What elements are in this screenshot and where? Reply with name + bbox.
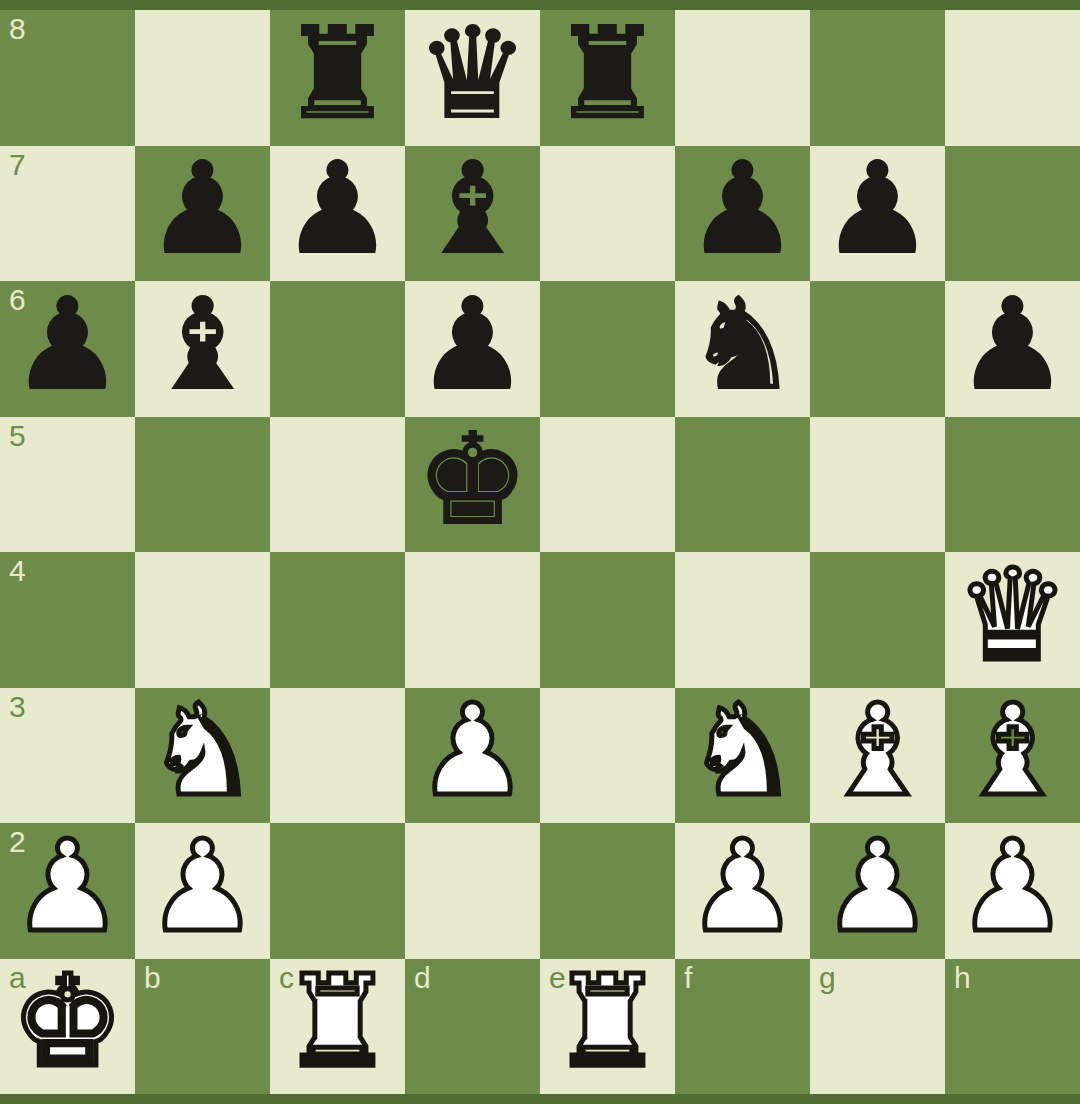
square-c8[interactable]: ♜	[270, 10, 405, 146]
square-h6[interactable]: ♟	[945, 281, 1080, 417]
chess-board: 8♜♛♜7♟♟♝♟♟6♟♝♟♞♟5♚4♛3♞♟♞♝♝2♟♟♟♟♟a♚bc♜de♜…	[0, 10, 1080, 1094]
square-f5[interactable]	[675, 417, 810, 553]
square-f1[interactable]: f	[675, 959, 810, 1095]
square-a6[interactable]: 6♟	[0, 281, 135, 417]
square-a8[interactable]: 8	[0, 10, 135, 146]
white-bishop[interactable]: ♝	[821, 688, 934, 814]
rank-label-5: 5	[9, 421, 26, 451]
square-b4[interactable]	[135, 552, 270, 688]
file-label-f: f	[684, 963, 692, 993]
white-rook[interactable]: ♜	[551, 959, 664, 1085]
white-pawn[interactable]: ♟	[956, 824, 1069, 950]
rank-label-7: 7	[9, 150, 26, 180]
square-a2[interactable]: 2♟	[0, 823, 135, 959]
square-c1[interactable]: c♜	[270, 959, 405, 1095]
square-b1[interactable]: b	[135, 959, 270, 1095]
square-b3[interactable]: ♞	[135, 688, 270, 824]
white-pawn[interactable]: ♟	[416, 688, 529, 814]
square-a7[interactable]: 7	[0, 146, 135, 282]
square-d4[interactable]	[405, 552, 540, 688]
square-d2[interactable]	[405, 823, 540, 959]
square-e3[interactable]	[540, 688, 675, 824]
square-f7[interactable]: ♟	[675, 146, 810, 282]
square-h7[interactable]	[945, 146, 1080, 282]
black-rook[interactable]: ♜	[551, 11, 664, 137]
white-king[interactable]: ♚	[11, 959, 124, 1085]
square-e1[interactable]: e♜	[540, 959, 675, 1095]
white-pawn[interactable]: ♟	[146, 824, 259, 950]
square-f4[interactable]	[675, 552, 810, 688]
square-g2[interactable]: ♟	[810, 823, 945, 959]
square-f8[interactable]	[675, 10, 810, 146]
square-g6[interactable]	[810, 281, 945, 417]
square-f2[interactable]: ♟	[675, 823, 810, 959]
square-g1[interactable]: g	[810, 959, 945, 1095]
square-h3[interactable]: ♝	[945, 688, 1080, 824]
square-e5[interactable]	[540, 417, 675, 553]
square-e6[interactable]	[540, 281, 675, 417]
rank-label-8: 8	[9, 14, 26, 44]
white-bishop[interactable]: ♝	[956, 688, 1069, 814]
square-d1[interactable]: d	[405, 959, 540, 1095]
square-e2[interactable]	[540, 823, 675, 959]
square-h5[interactable]	[945, 417, 1080, 553]
square-g5[interactable]	[810, 417, 945, 553]
black-pawn[interactable]: ♟	[821, 146, 934, 272]
white-knight[interactable]: ♞	[146, 688, 259, 814]
square-a5[interactable]: 5	[0, 417, 135, 553]
square-d6[interactable]: ♟	[405, 281, 540, 417]
square-c7[interactable]: ♟	[270, 146, 405, 282]
white-pawn[interactable]: ♟	[821, 824, 934, 950]
rank-label-3: 3	[9, 692, 26, 722]
square-c6[interactable]	[270, 281, 405, 417]
black-pawn[interactable]: ♟	[686, 146, 799, 272]
square-h1[interactable]: h	[945, 959, 1080, 1095]
square-c4[interactable]	[270, 552, 405, 688]
black-bishop[interactable]: ♝	[416, 146, 529, 272]
white-knight[interactable]: ♞	[686, 688, 799, 814]
black-queen[interactable]: ♛	[416, 11, 529, 137]
file-label-d: d	[414, 963, 431, 993]
white-pawn[interactable]: ♟	[11, 824, 124, 950]
square-b8[interactable]	[135, 10, 270, 146]
square-c2[interactable]	[270, 823, 405, 959]
square-g8[interactable]	[810, 10, 945, 146]
square-b7[interactable]: ♟	[135, 146, 270, 282]
black-knight[interactable]: ♞	[686, 282, 799, 408]
black-rook[interactable]: ♜	[281, 11, 394, 137]
square-h2[interactable]: ♟	[945, 823, 1080, 959]
square-b6[interactable]: ♝	[135, 281, 270, 417]
white-queen[interactable]: ♛	[956, 553, 1069, 679]
square-d3[interactable]: ♟	[405, 688, 540, 824]
white-rook[interactable]: ♜	[281, 959, 394, 1085]
file-label-g: g	[819, 963, 836, 993]
square-g3[interactable]: ♝	[810, 688, 945, 824]
square-a4[interactable]: 4	[0, 552, 135, 688]
square-a1[interactable]: a♚	[0, 959, 135, 1095]
square-f6[interactable]: ♞	[675, 281, 810, 417]
rank-label-4: 4	[9, 556, 26, 586]
file-label-h: h	[954, 963, 971, 993]
square-b2[interactable]: ♟	[135, 823, 270, 959]
black-pawn[interactable]: ♟	[956, 282, 1069, 408]
square-a3[interactable]: 3	[0, 688, 135, 824]
square-e8[interactable]: ♜	[540, 10, 675, 146]
square-d7[interactable]: ♝	[405, 146, 540, 282]
square-h8[interactable]	[945, 10, 1080, 146]
square-f3[interactable]: ♞	[675, 688, 810, 824]
square-d5[interactable]: ♚	[405, 417, 540, 553]
square-h4[interactable]: ♛	[945, 552, 1080, 688]
square-c5[interactable]	[270, 417, 405, 553]
black-pawn[interactable]: ♟	[11, 282, 124, 408]
white-pawn[interactable]: ♟	[686, 824, 799, 950]
square-c3[interactable]	[270, 688, 405, 824]
square-d8[interactable]: ♛	[405, 10, 540, 146]
black-pawn[interactable]: ♟	[281, 146, 394, 272]
square-g7[interactable]: ♟	[810, 146, 945, 282]
black-pawn[interactable]: ♟	[416, 282, 529, 408]
file-label-b: b	[144, 963, 161, 993]
square-e4[interactable]	[540, 552, 675, 688]
square-g4[interactable]	[810, 552, 945, 688]
square-e7[interactable]	[540, 146, 675, 282]
black-pawn[interactable]: ♟	[146, 146, 259, 272]
square-b5[interactable]	[135, 417, 270, 553]
black-king[interactable]: ♚	[416, 417, 529, 543]
black-bishop[interactable]: ♝	[146, 282, 259, 408]
